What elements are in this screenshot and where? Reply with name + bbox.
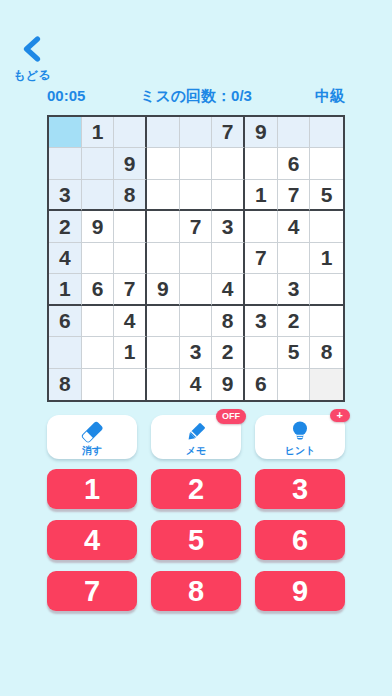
cell-r9c3[interactable]: [114, 369, 147, 400]
cell-r8c3[interactable]: 1: [114, 337, 147, 368]
mistake-counter: ミスの回数：0/3: [47, 87, 345, 106]
cell-r6c3[interactable]: 7: [114, 274, 147, 305]
cell-r6c2[interactable]: 6: [82, 274, 115, 305]
num-key-8[interactable]: 8: [151, 571, 241, 611]
cell-r3c5[interactable]: [180, 180, 213, 211]
memo-label: メモ: [186, 445, 206, 456]
cell-r2c8[interactable]: 6: [278, 148, 311, 179]
cell-r3c9[interactable]: 5: [310, 180, 343, 211]
memo-off-badge: OFF: [216, 409, 246, 424]
cell-r5c1[interactable]: 4: [49, 243, 82, 274]
cell-r9c9[interactable]: [310, 369, 343, 400]
num-key-1[interactable]: 1: [47, 469, 137, 509]
chevron-left-icon: [21, 36, 43, 66]
cell-r7c2[interactable]: [82, 306, 115, 337]
sudoku-grid: 17996381752973447116794364832132588496: [47, 115, 345, 402]
cell-r3c2[interactable]: [82, 180, 115, 211]
cell-r4c7[interactable]: [245, 211, 278, 242]
cell-r5c4[interactable]: [147, 243, 180, 274]
cell-r8c6[interactable]: 2: [212, 337, 245, 368]
num-key-9[interactable]: 9: [255, 571, 345, 611]
cell-r3c7[interactable]: 1: [245, 180, 278, 211]
cell-r4c5[interactable]: 7: [180, 211, 213, 242]
cell-r4c8[interactable]: 4: [278, 211, 311, 242]
cell-r1c2[interactable]: 1: [82, 117, 115, 148]
hint-button[interactable]: ヒント +: [255, 415, 345, 459]
cell-r7c4[interactable]: [147, 306, 180, 337]
memo-button[interactable]: メモ OFF: [151, 415, 241, 459]
cell-r9c8[interactable]: [278, 369, 311, 400]
cell-r2c2[interactable]: [82, 148, 115, 179]
cell-r8c7[interactable]: [245, 337, 278, 368]
cell-r3c4[interactable]: [147, 180, 180, 211]
tool-bar: 消す メモ OFF ヒント +: [47, 415, 345, 459]
cell-r1c3[interactable]: [114, 117, 147, 148]
cell-r9c7[interactable]: 6: [245, 369, 278, 400]
cell-r3c8[interactable]: 7: [278, 180, 311, 211]
cell-r6c6[interactable]: 4: [212, 274, 245, 305]
cell-r5c7[interactable]: 7: [245, 243, 278, 274]
eraser-icon: [47, 419, 137, 445]
cell-r7c7[interactable]: 3: [245, 306, 278, 337]
back-button[interactable]: もどる: [8, 36, 56, 84]
cell-r2c7[interactable]: [245, 148, 278, 179]
back-label: もどる: [14, 67, 51, 84]
cell-r9c2[interactable]: [82, 369, 115, 400]
cell-r1c7[interactable]: 9: [245, 117, 278, 148]
cell-r2c4[interactable]: [147, 148, 180, 179]
cell-r9c4[interactable]: [147, 369, 180, 400]
cell-r4c3[interactable]: [114, 211, 147, 242]
sudoku-app: { "game": "sudoku", "position": ".1...79…: [0, 0, 392, 696]
cell-r8c1[interactable]: [49, 337, 82, 368]
cell-r6c1[interactable]: 1: [49, 274, 82, 305]
cell-r4c2[interactable]: 9: [82, 211, 115, 242]
num-key-5[interactable]: 5: [151, 520, 241, 560]
cell-r8c5[interactable]: 3: [180, 337, 213, 368]
cell-r2c5[interactable]: [180, 148, 213, 179]
erase-label: 消す: [82, 445, 102, 456]
cell-r4c1[interactable]: 2: [49, 211, 82, 242]
cell-r7c1[interactable]: 6: [49, 306, 82, 337]
cell-r5c3[interactable]: [114, 243, 147, 274]
cell-r1c6[interactable]: 7: [212, 117, 245, 148]
cell-r1c8[interactable]: [278, 117, 311, 148]
status-bar: 00:05 ミスの回数：0/3 中級: [47, 87, 345, 106]
hint-plus-badge: +: [330, 409, 350, 422]
cell-r6c9[interactable]: [310, 274, 343, 305]
cell-r1c5[interactable]: [180, 117, 213, 148]
cell-r9c1[interactable]: 8: [49, 369, 82, 400]
cell-r6c8[interactable]: 3: [278, 274, 311, 305]
cell-r5c2[interactable]: [82, 243, 115, 274]
cell-r4c4[interactable]: [147, 211, 180, 242]
cell-r7c8[interactable]: 2: [278, 306, 311, 337]
lightbulb-icon: [255, 419, 345, 445]
cell-r8c8[interactable]: 5: [278, 337, 311, 368]
cell-r7c6[interactable]: 8: [212, 306, 245, 337]
cell-r1c9[interactable]: [310, 117, 343, 148]
cell-r5c9[interactable]: 1: [310, 243, 343, 274]
cell-r3c1[interactable]: 3: [49, 180, 82, 211]
num-key-3[interactable]: 3: [255, 469, 345, 509]
cell-r2c3[interactable]: 9: [114, 148, 147, 179]
cell-r4c6[interactable]: 3: [212, 211, 245, 242]
cell-r8c2[interactable]: [82, 337, 115, 368]
cell-r6c7[interactable]: [245, 274, 278, 305]
cell-r3c6[interactable]: [212, 180, 245, 211]
cell-r2c6[interactable]: [212, 148, 245, 179]
cell-r2c9[interactable]: [310, 148, 343, 179]
cell-r2c1[interactable]: [49, 148, 82, 179]
cell-r6c5[interactable]: [180, 274, 213, 305]
cell-r7c9[interactable]: [310, 306, 343, 337]
num-key-7[interactable]: 7: [47, 571, 137, 611]
cell-r4c9[interactable]: [310, 211, 343, 242]
cell-r3c3[interactable]: 8: [114, 180, 147, 211]
cell-r1c4[interactable]: [147, 117, 180, 148]
cell-r8c9[interactable]: 8: [310, 337, 343, 368]
num-key-6[interactable]: 6: [255, 520, 345, 560]
cell-r9c6[interactable]: 9: [212, 369, 245, 400]
cell-r7c5[interactable]: [180, 306, 213, 337]
num-key-4[interactable]: 4: [47, 520, 137, 560]
cell-r5c8[interactable]: [278, 243, 311, 274]
cell-r6c4[interactable]: 9: [147, 274, 180, 305]
cell-r7c3[interactable]: 4: [114, 306, 147, 337]
num-key-2[interactable]: 2: [151, 469, 241, 509]
cell-r5c6[interactable]: [212, 243, 245, 274]
cell-r1c1[interactable]: [49, 117, 82, 148]
erase-button[interactable]: 消す: [47, 415, 137, 459]
cell-r9c5[interactable]: 4: [180, 369, 213, 400]
hint-label: ヒント: [285, 445, 316, 456]
cell-r8c4[interactable]: [147, 337, 180, 368]
cell-r5c5[interactable]: [180, 243, 213, 274]
